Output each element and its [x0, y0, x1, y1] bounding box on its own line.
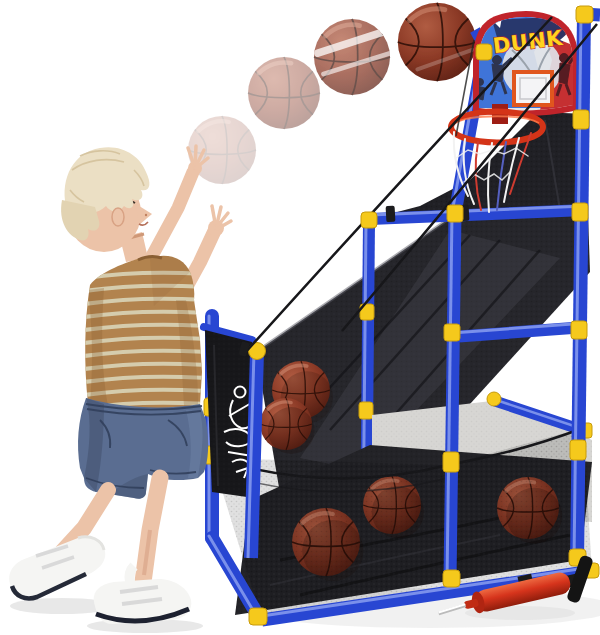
- boy-ear: [112, 208, 124, 226]
- trail-ball-2: [248, 57, 320, 129]
- product-photo-scene: DUNK: [0, 0, 600, 635]
- trail-ball-3: [314, 19, 390, 95]
- boy-shirt: [84, 256, 206, 410]
- trail-ball-4: [398, 3, 476, 81]
- illustration: DUNK: [0, 0, 600, 635]
